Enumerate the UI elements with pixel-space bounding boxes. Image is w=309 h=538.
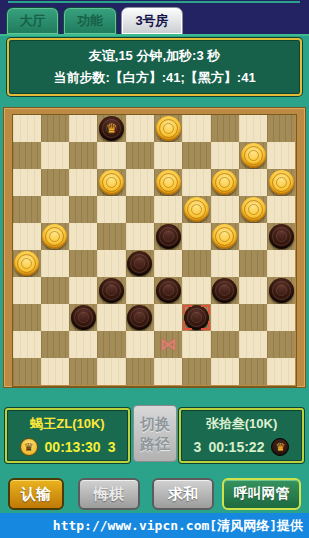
square-r0c6[interactable] xyxy=(182,115,210,142)
white-player-count: 3 xyxy=(108,439,116,455)
square-r7c2[interactable] xyxy=(69,304,97,331)
square-r2c7[interactable] xyxy=(211,169,239,196)
square-r0c3[interactable]: ♛ xyxy=(97,115,125,142)
square-r1c5[interactable] xyxy=(154,142,182,169)
square-r9c3[interactable] xyxy=(97,358,125,385)
square-r5c7[interactable] xyxy=(211,250,239,277)
square-r5c6[interactable] xyxy=(182,250,210,277)
square-r0c0[interactable] xyxy=(13,115,41,142)
white-man[interactable] xyxy=(14,251,39,276)
king-crown-icon: ♛ xyxy=(106,122,118,135)
square-r2c2[interactable] xyxy=(69,169,97,196)
square-r5c9[interactable] xyxy=(267,250,295,277)
square-r7c8[interactable] xyxy=(239,304,267,331)
white-man[interactable] xyxy=(156,170,181,195)
square-r6c8[interactable] xyxy=(239,277,267,304)
square-r0c9[interactable] xyxy=(267,115,295,142)
black-man[interactable] xyxy=(184,305,209,330)
black-man[interactable] xyxy=(127,305,152,330)
top-tab-bar: 大厅 功能 3号房 xyxy=(0,0,309,36)
white-man[interactable] xyxy=(212,170,237,195)
white-man[interactable] xyxy=(156,116,181,141)
square-r1c4[interactable] xyxy=(126,142,154,169)
square-r9c6[interactable] xyxy=(182,358,210,385)
square-r1c1[interactable] xyxy=(41,142,69,169)
undo-move-button[interactable]: 悔棋 xyxy=(78,478,140,510)
square-r9c2[interactable] xyxy=(69,358,97,385)
square-r6c0[interactable] xyxy=(13,277,41,304)
black-man[interactable] xyxy=(156,224,181,249)
square-r8c5[interactable]: ⋈ xyxy=(154,331,182,358)
square-r3c0[interactable] xyxy=(13,196,41,223)
top-accent-line xyxy=(8,1,300,3)
square-r9c5[interactable] xyxy=(154,358,182,385)
square-r8c7[interactable] xyxy=(211,331,239,358)
white-player-clock: 00:13:30 xyxy=(45,439,101,455)
square-r2c3[interactable] xyxy=(97,169,125,196)
square-r8c8[interactable] xyxy=(239,331,267,358)
square-r7c3[interactable] xyxy=(97,304,125,331)
square-r3c5[interactable] xyxy=(154,196,182,223)
square-r4c4[interactable] xyxy=(126,223,154,250)
square-r9c0[interactable] xyxy=(13,358,41,385)
square-r6c6[interactable] xyxy=(182,277,210,304)
dark-crown-icon: ♛ xyxy=(271,438,289,456)
square-r7c1[interactable] xyxy=(41,304,69,331)
square-r4c6[interactable] xyxy=(182,223,210,250)
square-r0c8[interactable] xyxy=(239,115,267,142)
square-r2c9[interactable] xyxy=(267,169,295,196)
square-r8c4[interactable] xyxy=(126,331,154,358)
square-r6c5[interactable] xyxy=(154,277,182,304)
square-r5c8[interactable] xyxy=(239,250,267,277)
square-r6c3[interactable] xyxy=(97,277,125,304)
watermark-url: http://www.vipcn.com[清风网络]提供 xyxy=(53,517,303,535)
tab-lobby[interactable]: 大厅 xyxy=(6,7,59,35)
switch-path-label-1: 切换 xyxy=(140,414,170,434)
switch-path-label-2: 路径 xyxy=(140,434,170,454)
square-r3c6[interactable] xyxy=(182,196,210,223)
tabbar-bottom-edge xyxy=(0,34,309,36)
board-frame: ♛⋈ xyxy=(3,107,306,388)
square-r6c9[interactable] xyxy=(267,277,295,304)
square-r8c0[interactable] xyxy=(13,331,41,358)
tab-functions[interactable]: 功能 xyxy=(63,7,117,35)
call-admin-button[interactable]: 呼叫网管 xyxy=(222,478,301,510)
square-r7c7[interactable] xyxy=(211,304,239,331)
square-r4c7[interactable] xyxy=(211,223,239,250)
square-r9c9[interactable] xyxy=(267,358,295,385)
square-r1c3[interactable] xyxy=(97,142,125,169)
white-man[interactable] xyxy=(241,143,266,168)
square-r9c4[interactable] xyxy=(126,358,154,385)
square-r8c9[interactable] xyxy=(267,331,295,358)
square-r7c6[interactable] xyxy=(182,304,210,331)
square-r3c8[interactable] xyxy=(239,196,267,223)
square-r1c0[interactable] xyxy=(13,142,41,169)
square-r3c3[interactable] xyxy=(97,196,125,223)
white-man[interactable] xyxy=(99,170,124,195)
gold-crown-icon: ♛ xyxy=(20,438,38,456)
player-panel-white: 蝎王ZL(10K) ♛ 00:13:30 3 xyxy=(5,408,130,463)
square-r3c1[interactable] xyxy=(41,196,69,223)
square-r3c4[interactable] xyxy=(126,196,154,223)
square-r8c6[interactable] xyxy=(182,331,210,358)
square-r4c2[interactable] xyxy=(69,223,97,250)
move-count-text: 当前步数:【白方】:41;【黑方】:41 xyxy=(53,69,255,87)
square-r5c1[interactable] xyxy=(41,250,69,277)
black-player-count: 3 xyxy=(194,439,202,455)
square-r6c7[interactable] xyxy=(211,277,239,304)
switch-path-button[interactable]: 切换 路径 xyxy=(133,405,177,462)
square-r1c7[interactable] xyxy=(211,142,239,169)
black-man[interactable] xyxy=(269,278,294,303)
square-r2c8[interactable] xyxy=(239,169,267,196)
square-r2c1[interactable] xyxy=(41,169,69,196)
square-r7c5[interactable] xyxy=(154,304,182,331)
square-r8c3[interactable] xyxy=(97,331,125,358)
square-r1c6[interactable] xyxy=(182,142,210,169)
square-r0c2[interactable] xyxy=(69,115,97,142)
square-r4c1[interactable] xyxy=(41,223,69,250)
square-r9c8[interactable] xyxy=(239,358,267,385)
square-r4c3[interactable] xyxy=(97,223,125,250)
game-info-panel: 友谊,15 分钟,加秒:3 秒 当前步数:【白方】:41;【黑方】:41 xyxy=(7,38,302,96)
square-r8c2[interactable] xyxy=(69,331,97,358)
square-r7c0[interactable] xyxy=(13,304,41,331)
square-r5c2[interactable] xyxy=(69,250,97,277)
move-marker-bowtie-icon: ⋈ xyxy=(160,336,177,353)
square-r0c5[interactable] xyxy=(154,115,182,142)
watermark-bar: http://www.vipcn.com[清风网络]提供 xyxy=(0,513,309,538)
square-r4c8[interactable] xyxy=(239,223,267,250)
square-r4c5[interactable] xyxy=(154,223,182,250)
draughts-board: ♛⋈ xyxy=(12,114,297,387)
square-r0c4[interactable] xyxy=(126,115,154,142)
black-man[interactable] xyxy=(99,278,124,303)
square-r7c9[interactable] xyxy=(267,304,295,331)
player-panel-black: 张拾叁(10K) 3 00:15:22 ♛ xyxy=(179,408,304,463)
game-rules-text: 友谊,15 分钟,加秒:3 秒 xyxy=(89,47,220,65)
white-man[interactable] xyxy=(212,224,237,249)
square-r2c0[interactable] xyxy=(13,169,41,196)
square-r6c4[interactable] xyxy=(126,277,154,304)
white-man[interactable] xyxy=(42,224,67,249)
square-r5c5[interactable] xyxy=(154,250,182,277)
square-r6c1[interactable] xyxy=(41,277,69,304)
square-r1c2[interactable] xyxy=(69,142,97,169)
square-r5c3[interactable] xyxy=(97,250,125,277)
square-r8c1[interactable] xyxy=(41,331,69,358)
white-player-name: 蝎王ZL(10K) xyxy=(30,415,104,433)
square-r7c4[interactable] xyxy=(126,304,154,331)
black-man[interactable] xyxy=(71,305,96,330)
black-player-name: 张拾叁(10K) xyxy=(206,415,278,433)
square-r1c9[interactable] xyxy=(267,142,295,169)
white-man[interactable] xyxy=(269,170,294,195)
white-man[interactable] xyxy=(184,197,209,222)
square-r5c4[interactable] xyxy=(126,250,154,277)
square-r0c7[interactable] xyxy=(211,115,239,142)
black-man[interactable] xyxy=(127,251,152,276)
square-r2c5[interactable] xyxy=(154,169,182,196)
white-man[interactable] xyxy=(241,197,266,222)
tab-room-3[interactable]: 3号房 xyxy=(121,7,183,35)
square-r4c0[interactable] xyxy=(13,223,41,250)
resign-button[interactable]: 认输 xyxy=(8,478,64,510)
black-player-clock: 00:15:22 xyxy=(208,439,264,455)
square-r3c2[interactable] xyxy=(69,196,97,223)
black-man[interactable] xyxy=(212,278,237,303)
square-r4c9[interactable] xyxy=(267,223,295,250)
square-r9c7[interactable] xyxy=(211,358,239,385)
square-r3c9[interactable] xyxy=(267,196,295,223)
black-king[interactable]: ♛ xyxy=(99,116,124,141)
black-man[interactable] xyxy=(156,278,181,303)
black-man[interactable] xyxy=(269,224,294,249)
square-r0c1[interactable] xyxy=(41,115,69,142)
square-r5c0[interactable] xyxy=(13,250,41,277)
square-r2c6[interactable] xyxy=(182,169,210,196)
square-r1c8[interactable] xyxy=(239,142,267,169)
square-r6c2[interactable] xyxy=(69,277,97,304)
square-r9c1[interactable] xyxy=(41,358,69,385)
square-r3c7[interactable] xyxy=(211,196,239,223)
offer-draw-button[interactable]: 求和 xyxy=(152,478,214,510)
square-r2c4[interactable] xyxy=(126,169,154,196)
